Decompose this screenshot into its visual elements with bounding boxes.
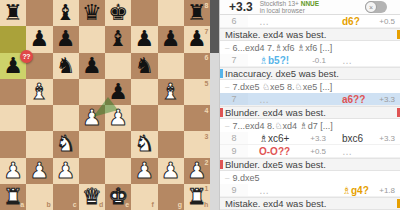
eval-value: +3.3: [379, 95, 395, 104]
comment-text: Mistake. exd4 was best.: [225, 198, 326, 209]
black-move[interactable]: bxc6: [342, 133, 363, 144]
square-d8[interactable]: ♛: [79, 0, 105, 26]
square-a3[interactable]: [0, 131, 26, 157]
blunder-badge: ??: [20, 50, 33, 63]
engine-nnue-label: NNUE: [301, 0, 319, 7]
square-h3[interactable]: [184, 131, 210, 157]
square-e1[interactable]: ♚: [105, 184, 131, 210]
white-move-cell[interactable]: ♗b5?!-0.1: [248, 54, 331, 66]
piece-white-pawn[interactable]: ♟: [30, 160, 50, 182]
comment-text: Blunder. exd4 was best.: [225, 107, 326, 118]
square-b7[interactable]: ♟: [26, 26, 52, 52]
square-c3[interactable]: ♞: [53, 131, 79, 157]
square-g1[interactable]: [158, 184, 184, 210]
square-d6[interactable]: ♟: [79, 53, 105, 79]
piece-black-bishop[interactable]: ♝: [108, 28, 128, 50]
variation-line[interactable]: –6...exd4 7.♗xf6 ♗xf6 [...]: [220, 41, 400, 54]
black-move[interactable]: …: [342, 146, 352, 157]
square-e6[interactable]: [105, 53, 131, 79]
square-f1[interactable]: [131, 184, 157, 210]
move-number: 8: [220, 132, 248, 144]
variation-branch-dash: –: [225, 173, 229, 182]
piece-black-pawn[interactable]: ♟: [30, 28, 50, 50]
eval-value: +3.3: [310, 134, 326, 143]
engine-location: in local browser: [260, 7, 319, 15]
move-row: 7♗b5?!-0.1…: [220, 54, 400, 67]
square-h6[interactable]: [184, 53, 210, 79]
judgment-comment: Mistake. exd4 was best.: [220, 197, 400, 210]
black-move-cell[interactable]: ♗g4?+1.8: [331, 184, 400, 196]
square-a5[interactable]: [0, 79, 26, 105]
eval-value: +3.3: [379, 134, 395, 143]
square-d5[interactable]: [79, 79, 105, 105]
square-h1[interactable]: ♜: [184, 184, 210, 210]
severity-bar-left: [220, 69, 223, 78]
piece-white-pawn[interactable]: ♟: [161, 160, 181, 182]
black-move[interactable]: ♗g4?: [342, 185, 369, 196]
eval-gauge-black-portion: [210, 0, 219, 53]
square-f3[interactable]: ♞: [131, 131, 157, 157]
square-f7[interactable]: ♟: [131, 26, 157, 52]
move-row: 9O-O??+0.5…: [220, 145, 400, 158]
variation-moves[interactable]: 7...exd4 8.♘xd4 ♗d7 [...]: [232, 121, 332, 131]
square-c4[interactable]: [53, 105, 79, 131]
severity-bar-left: [220, 108, 223, 117]
square-a8[interactable]: ♜: [0, 0, 26, 26]
square-f2[interactable]: ♟: [131, 158, 157, 184]
piece-white-pawn[interactable]: ♟: [56, 160, 76, 182]
white-move[interactable]: ♗b5?!: [259, 55, 289, 66]
piece-white-rook[interactable]: ♜: [3, 186, 23, 208]
white-move[interactable]: ♗xc6+: [259, 133, 289, 144]
square-g4[interactable]: [158, 105, 184, 131]
chess-board[interactable]: ♜♝♛♚♜♟♟♝♟♟♟♟♞♟♞♝♟♝♟♟♞♞♟♟♟♟♟♟♜♛♚♜ ?? 1234…: [0, 0, 210, 210]
square-e4[interactable]: ♟: [105, 105, 131, 131]
eval-value: +1.8: [379, 186, 395, 195]
square-b5[interactable]: ♝: [26, 79, 52, 105]
variation-line[interactable]: –7...exd4 8.♘xd4 ♗d7 [...]: [220, 119, 400, 132]
engine-info: Stockfish 13+ NNUE in local browser: [260, 0, 319, 15]
black-move[interactable]: d6?: [342, 16, 360, 27]
variation-branch-dash: –: [225, 43, 229, 52]
severity-bar-left: [220, 160, 223, 169]
move-number: 9: [220, 145, 248, 157]
piece-black-bishop[interactable]: ♝: [56, 2, 76, 24]
judgment-comment: Blunder. exd4 was best.: [220, 106, 400, 119]
square-c2[interactable]: ♟: [53, 158, 79, 184]
white-move-cell[interactable]: …: [248, 15, 331, 27]
white-move[interactable]: …: [259, 94, 269, 105]
square-c8[interactable]: ♝: [53, 0, 79, 26]
black-move[interactable]: a6??: [342, 94, 365, 105]
eval-value: -0.1: [312, 56, 326, 65]
square-h2[interactable]: ♟: [184, 158, 210, 184]
square-c6[interactable]: ♞: [53, 53, 79, 79]
square-f8[interactable]: [131, 0, 157, 26]
analysis-panel: +3.3 Stockfish 13+ NNUE in local browser…: [219, 0, 400, 210]
move-row-selected: 7…a6??+3.3: [220, 93, 400, 106]
variation-branch-dash: –: [225, 121, 229, 130]
square-d1[interactable]: ♛: [79, 184, 105, 210]
square-e7[interactable]: ♝: [105, 26, 131, 52]
piece-black-pawn[interactable]: ♟: [187, 28, 207, 50]
square-d4[interactable]: ♟: [79, 105, 105, 131]
judgment-comment: Blunder. dxe5 was best.: [220, 158, 400, 171]
piece-black-rook[interactable]: ♜: [187, 2, 207, 24]
move-row: 6…d6?+0.5: [220, 15, 400, 28]
white-move-cell[interactable]: …: [248, 184, 331, 196]
square-g2[interactable]: ♟: [158, 158, 184, 184]
variation-branch-dash: –: [225, 82, 229, 91]
engine-toggle-knob: ×: [365, 1, 377, 13]
black-move-cell[interactable]: …: [331, 145, 400, 157]
square-h8[interactable]: ♜: [184, 0, 210, 26]
black-move-cell[interactable]: d6?+0.5: [331, 15, 400, 27]
piece-black-pawn[interactable]: ♟: [82, 55, 102, 77]
black-move-cell[interactable]: bxc6+3.3: [331, 132, 400, 144]
move-number: 6: [220, 15, 248, 27]
piece-white-bishop[interactable]: ♝: [161, 81, 181, 103]
piece-black-pawn[interactable]: ♟: [161, 28, 181, 50]
move-number: 7: [220, 54, 248, 66]
square-h4[interactable]: [184, 105, 210, 131]
piece-white-pawn[interactable]: ♟: [187, 160, 207, 182]
square-e3[interactable]: [105, 131, 131, 157]
piece-white-bishop[interactable]: ♝: [30, 81, 50, 103]
piece-black-pawn[interactable]: ♟: [108, 81, 128, 103]
square-e2[interactable]: [105, 158, 131, 184]
board-grid: ♜♝♛♚♜♟♟♝♟♟♟♟♞♟♞♝♟♝♟♟♞♞♟♟♟♟♟♟♜♛♚♜: [0, 0, 210, 210]
engine-toggle[interactable]: ×: [365, 1, 387, 13]
square-b8[interactable]: [26, 0, 52, 26]
square-a4[interactable]: [0, 105, 26, 131]
eval-value: +0.5: [379, 17, 395, 26]
eval-gauge: [210, 0, 219, 210]
square-h7[interactable]: ♟: [184, 26, 210, 52]
white-move[interactable]: …: [259, 185, 269, 196]
square-a7[interactable]: [0, 26, 26, 52]
piece-white-pawn[interactable]: ♟: [82, 107, 102, 129]
black-move[interactable]: …: [342, 55, 352, 66]
engine-name: Stockfish 13+: [260, 0, 301, 7]
piece-white-pawn[interactable]: ♟: [135, 160, 155, 182]
square-e5[interactable]: ♟: [105, 79, 131, 105]
white-move-cell[interactable]: …: [248, 93, 331, 105]
move-row: 9…♗g4?+1.8: [220, 184, 400, 197]
square-h5[interactable]: [184, 79, 210, 105]
comment-text: Inaccuracy. dxe5 was best.: [225, 68, 339, 79]
square-g7[interactable]: ♟: [158, 26, 184, 52]
comment-text: Blunder. dxe5 was best.: [225, 159, 326, 170]
square-d3[interactable]: [79, 131, 105, 157]
piece-black-knight[interactable]: ♞: [56, 55, 76, 77]
square-c5[interactable]: [53, 79, 79, 105]
square-e8[interactable]: ♚: [105, 0, 131, 26]
eval-value: +0.5: [310, 147, 326, 156]
move-row: 8♗xc6++3.3bxc6+3.3: [220, 132, 400, 145]
black-move-cell[interactable]: a6??+3.3: [331, 93, 400, 105]
square-b4[interactable]: [26, 105, 52, 131]
eval-score: +3.3: [229, 0, 253, 14]
piece-white-king[interactable]: ♚: [108, 186, 128, 208]
square-d2[interactable]: [79, 158, 105, 184]
judgment-comment: Mistake. exd4 was best.: [220, 28, 400, 41]
judgment-comment: Inaccuracy. dxe5 was best.: [220, 67, 400, 80]
white-move-cell[interactable]: O-O??+0.5: [248, 145, 331, 157]
variation-moves[interactable]: 9.dxe5: [232, 173, 259, 183]
square-b3[interactable]: [26, 131, 52, 157]
move-list: 6…d6?+0.5Mistake. exd4 was best.–6...exd…: [220, 15, 400, 210]
square-a1[interactable]: ♜: [0, 184, 26, 210]
piece-black-pawn[interactable]: ♟: [135, 28, 155, 50]
piece-white-pawn[interactable]: ♟: [108, 107, 128, 129]
variation-moves[interactable]: 7.dxe5 ♘xe5 8.♘xe5 [...]: [232, 82, 332, 92]
square-f4[interactable]: [131, 105, 157, 131]
piece-black-queen[interactable]: ♛: [82, 2, 102, 24]
move-number: 9: [220, 184, 248, 196]
square-c1[interactable]: [53, 184, 79, 210]
move-number: 7: [220, 93, 248, 105]
piece-black-pawn[interactable]: ♟: [56, 28, 76, 50]
piece-white-queen[interactable]: ♛: [82, 186, 102, 208]
black-move-cell[interactable]: …: [331, 54, 400, 66]
piece-black-rook[interactable]: ♜: [3, 2, 23, 24]
engine-header: +3.3 Stockfish 13+ NNUE in local browser…: [220, 0, 400, 15]
comment-text: Mistake. exd4 was best.: [225, 29, 326, 40]
white-move-cell[interactable]: ♗xc6++3.3: [248, 132, 331, 144]
piece-white-knight[interactable]: ♞: [56, 133, 76, 155]
piece-white-pawn[interactable]: ♟: [3, 160, 23, 182]
toggle-close-icon: ×: [369, 4, 373, 11]
variation-line[interactable]: –9.dxe5: [220, 171, 400, 184]
square-g3[interactable]: [158, 131, 184, 157]
square-b1[interactable]: [26, 184, 52, 210]
square-g5[interactable]: ♝: [158, 79, 184, 105]
square-f6[interactable]: ♞: [131, 53, 157, 79]
square-d7[interactable]: [79, 26, 105, 52]
piece-black-king[interactable]: ♚: [108, 2, 128, 24]
variation-line[interactable]: –7.dxe5 ♘xe5 8.♘xe5 [...]: [220, 80, 400, 93]
white-move[interactable]: …: [259, 16, 269, 27]
square-c7[interactable]: ♟: [53, 26, 79, 52]
square-g6[interactable]: [158, 53, 184, 79]
white-move[interactable]: O-O??: [259, 146, 290, 157]
square-f5[interactable]: [131, 79, 157, 105]
piece-black-knight[interactable]: ♞: [135, 55, 155, 77]
piece-white-knight[interactable]: ♞: [135, 133, 155, 155]
square-g8[interactable]: [158, 0, 184, 26]
square-a2[interactable]: ♟: [0, 158, 26, 184]
square-b2[interactable]: ♟: [26, 158, 52, 184]
piece-white-rook[interactable]: ♜: [187, 186, 207, 208]
variation-moves[interactable]: 6...exd4 7.♗xf6 ♗xf6 [...]: [232, 43, 332, 53]
